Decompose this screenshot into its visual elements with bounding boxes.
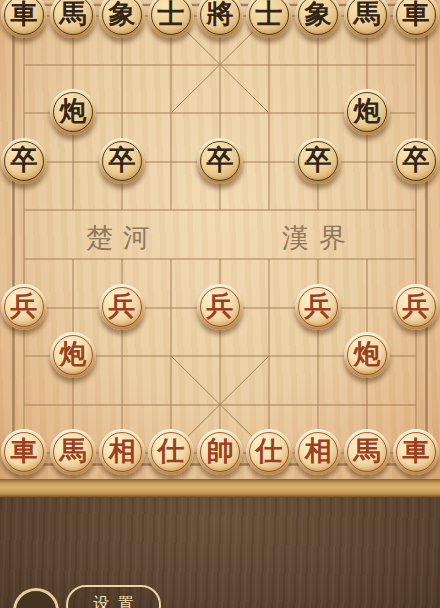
piece-red-soldier[interactable]: 兵	[99, 284, 145, 330]
piece-glyph: 車	[11, 1, 38, 28]
piece-glyph: 相	[305, 438, 332, 465]
piece-red-horse[interactable]: 馬	[344, 429, 390, 475]
piece-red-soldier[interactable]: 兵	[1, 284, 47, 330]
piece-glyph: 卒	[11, 147, 38, 174]
piece-red-chariot[interactable]: 車	[393, 429, 439, 475]
board-edge	[0, 479, 440, 497]
piece-glyph: 兵	[305, 293, 332, 320]
river-label-right: 漢界	[254, 220, 384, 256]
piece-glyph: 將	[207, 1, 234, 28]
piece-black-soldier[interactable]: 卒	[197, 138, 243, 184]
piece-glyph: 象	[305, 1, 332, 28]
xiangqi-app: 楚河 漢界 車馬象士將士象馬車炮炮卒卒卒卒卒兵兵兵兵兵炮炮車馬相仕帥仕相馬車 设…	[0, 0, 440, 608]
piece-glyph: 相	[109, 438, 136, 465]
piece-red-horse[interactable]: 馬	[50, 429, 96, 475]
piece-black-soldier[interactable]: 卒	[99, 138, 145, 184]
piece-black-cannon[interactable]: 炮	[344, 89, 390, 135]
piece-glyph: 卒	[403, 147, 430, 174]
piece-glyph: 炮	[354, 98, 381, 125]
piece-glyph: 車	[11, 438, 38, 465]
piece-glyph: 兵	[11, 293, 38, 320]
piece-red-soldier[interactable]: 兵	[197, 284, 243, 330]
piece-red-elephant[interactable]: 相	[295, 429, 341, 475]
piece-red-general[interactable]: 帥	[197, 429, 243, 475]
piece-red-soldier[interactable]: 兵	[295, 284, 341, 330]
piece-glyph: 馬	[60, 1, 87, 28]
piece-glyph: 車	[403, 438, 430, 465]
piece-glyph: 仕	[158, 438, 185, 465]
piece-glyph: 卒	[305, 147, 332, 174]
piece-glyph: 炮	[60, 98, 87, 125]
piece-glyph: 卒	[109, 147, 136, 174]
piece-glyph: 炮	[60, 341, 87, 368]
piece-glyph: 馬	[60, 438, 87, 465]
piece-glyph: 士	[158, 1, 185, 28]
piece-glyph: 仕	[256, 438, 283, 465]
piece-red-advisor[interactable]: 仕	[148, 429, 194, 475]
piece-glyph: 卒	[207, 147, 234, 174]
river-label-left: 楚河	[58, 220, 188, 256]
xiangqi-board: 楚河 漢界 車馬象士將士象馬車炮炮卒卒卒卒卒兵兵兵兵兵炮炮車馬相仕帥仕相馬車	[0, 0, 440, 479]
piece-glyph: 馬	[354, 438, 381, 465]
piece-glyph: 帥	[207, 438, 234, 465]
piece-glyph: 車	[403, 1, 430, 28]
piece-red-chariot[interactable]: 車	[1, 429, 47, 475]
piece-black-soldier[interactable]: 卒	[295, 138, 341, 184]
piece-red-cannon[interactable]: 炮	[50, 332, 96, 378]
piece-glyph: 象	[109, 1, 136, 28]
piece-red-cannon[interactable]: 炮	[344, 332, 390, 378]
piece-glyph: 炮	[354, 341, 381, 368]
piece-red-soldier[interactable]: 兵	[393, 284, 439, 330]
piece-glyph: 兵	[109, 293, 136, 320]
piece-red-advisor[interactable]: 仕	[246, 429, 292, 475]
settings-button[interactable]: 设置	[66, 585, 161, 608]
piece-glyph: 兵	[403, 293, 430, 320]
piece-black-soldier[interactable]: 卒	[393, 138, 439, 184]
piece-red-elephant[interactable]: 相	[99, 429, 145, 475]
piece-black-cannon[interactable]: 炮	[50, 89, 96, 135]
piece-glyph: 士	[256, 1, 283, 28]
piece-glyph: 馬	[354, 1, 381, 28]
piece-black-soldier[interactable]: 卒	[1, 138, 47, 184]
bottom-toolbar	[0, 497, 440, 608]
piece-glyph: 兵	[207, 293, 234, 320]
